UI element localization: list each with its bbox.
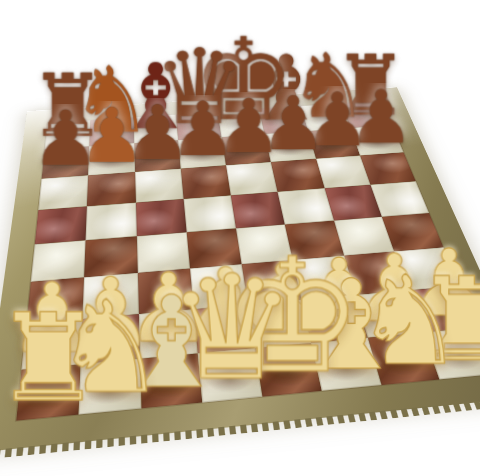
square-h5[interactable]	[370, 181, 429, 216]
square-h6[interactable]	[360, 152, 416, 185]
board-squares: ♜♞♝♛♚♝♞♜♟♟♟♟♟♟♟♟♟♟♟♟♟♟♟♟♜♞♝♛♚♝♞♜	[16, 101, 480, 421]
square-c6[interactable]	[135, 168, 184, 202]
white-rook-a1[interactable]: ♜	[0, 301, 102, 416]
square-b5[interactable]	[86, 203, 137, 241]
square-e5[interactable]	[231, 192, 285, 229]
square-b6[interactable]	[87, 172, 135, 207]
perspective-scene: ♜♞♝♛♚♝♞♜♟♟♟♟♟♟♟♟♟♟♟♟♟♟♟♟♜♞♝♛♚♝♞♜	[0, 0, 480, 476]
black-pawn-a7[interactable]: ♟	[31, 104, 99, 176]
square-e6[interactable]	[226, 162, 278, 196]
board-tilt-wrapper: ♜♞♝♛♚♝♞♜♟♟♟♟♟♟♟♟♟♟♟♟♟♟♟♟♜♞♝♛♚♝♞♜	[0, 87, 480, 452]
square-a1[interactable]: ♜	[16, 364, 81, 421]
square-d6[interactable]	[181, 165, 231, 199]
square-c5[interactable]	[135, 199, 186, 236]
square-a6[interactable]	[38, 175, 88, 210]
square-a7[interactable]: ♟	[42, 147, 90, 179]
square-a5[interactable]	[35, 206, 87, 244]
chess-photo: ♜♞♝♛♚♝♞♜♟♟♟♟♟♟♟♟♟♟♟♟♟♟♟♟♜♞♝♛♚♝♞♜	[0, 0, 480, 476]
chess-board: ♜♞♝♛♚♝♞♜♟♟♟♟♟♟♟♟♟♟♟♟♟♟♟♟♜♞♝♛♚♝♞♜	[0, 87, 480, 452]
